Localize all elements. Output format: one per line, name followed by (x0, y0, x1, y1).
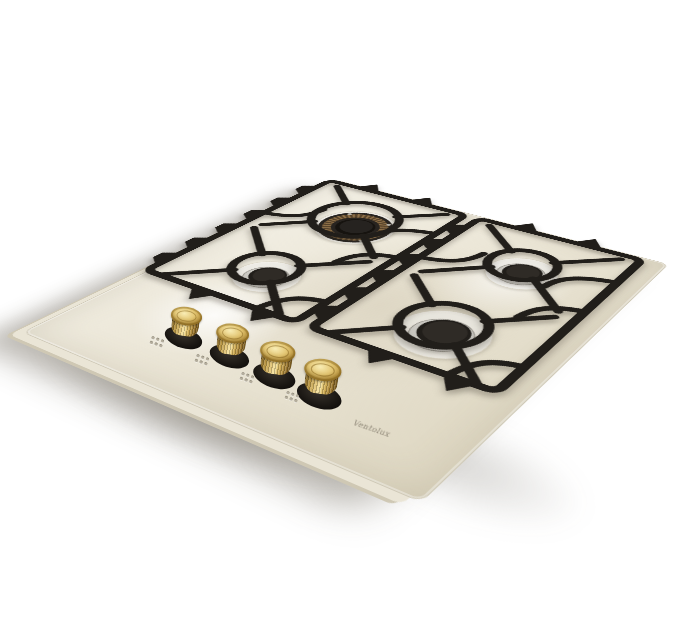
indicator-dot (296, 394, 299, 397)
indicator-dot (289, 397, 292, 400)
burner-knob-2 (207, 319, 256, 371)
indicator-dot (251, 375, 254, 378)
hob-panel (22, 179, 669, 502)
indicator-dot (286, 391, 289, 394)
indicator-dot (249, 380, 252, 383)
indicator-dot (240, 377, 243, 380)
indicator-dot (206, 357, 209, 360)
pan-support-layer (22, 170, 670, 487)
indicator-dot (161, 339, 164, 342)
indicator-dot (196, 354, 199, 357)
indicator-dot (285, 396, 288, 399)
burner-knob-3 (250, 336, 302, 392)
indicator-dot (201, 355, 204, 358)
hob-3d-stage (0, 0, 680, 630)
burner-knob-4 (293, 353, 348, 412)
indicator-dot (195, 359, 198, 362)
indicator-dot (246, 373, 249, 376)
indicator-dot (199, 360, 202, 363)
indicator-dot (244, 378, 247, 381)
product-photo-gas-hob: Ventolux (0, 0, 680, 630)
indicator-dot (159, 344, 162, 347)
indicator-dot (156, 337, 159, 340)
indicator-dot (150, 341, 153, 344)
indicator-dot (241, 372, 244, 375)
indicator-dot (151, 336, 154, 339)
indicator-dot (291, 392, 294, 395)
indicator-dot (294, 399, 297, 402)
indicator-dot (204, 362, 207, 365)
indicator-dot (154, 342, 157, 345)
burner-knob-1 (162, 302, 208, 351)
